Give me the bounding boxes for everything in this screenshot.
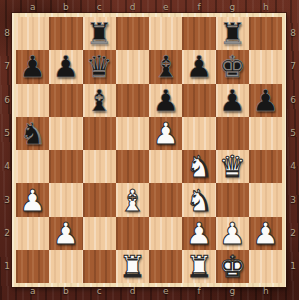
square-f6[interactable] <box>182 84 215 117</box>
square-g8[interactable]: ♜ <box>216 17 249 50</box>
square-d2[interactable] <box>116 217 149 250</box>
square-c1[interactable] <box>83 250 116 283</box>
square-g4[interactable]: ♛ <box>216 150 249 183</box>
square-h5[interactable] <box>249 117 282 150</box>
square-d7[interactable] <box>116 50 149 83</box>
piece-black-pawn[interactable]: ♟ <box>186 50 213 83</box>
file-label-bottom-h: h <box>249 285 282 298</box>
rank-label-left-4: 4 <box>1 150 13 183</box>
piece-black-pawn[interactable]: ♟ <box>152 84 179 117</box>
square-c6[interactable]: ♝ <box>83 84 116 117</box>
square-a1[interactable] <box>16 250 49 283</box>
piece-white-pawn[interactable]: ♟ <box>19 184 46 217</box>
piece-black-knight[interactable]: ♞ <box>19 117 46 150</box>
square-b8[interactable] <box>49 17 82 50</box>
square-d1[interactable]: ♜ <box>116 250 149 283</box>
file-label-bottom-e: e <box>149 285 182 298</box>
rank-label-right-3: 3 <box>287 184 299 217</box>
piece-black-pawn[interactable]: ♟ <box>252 84 279 117</box>
file-label-bottom-g: g <box>216 285 249 298</box>
square-h1[interactable] <box>249 250 282 283</box>
file-label-top-g: g <box>216 1 249 14</box>
square-f2[interactable]: ♟ <box>182 217 215 250</box>
rank-label-left-7: 7 <box>1 50 13 83</box>
file-label-top-c: c <box>83 1 116 14</box>
piece-white-knight[interactable]: ♞ <box>186 150 213 183</box>
square-g6[interactable]: ♟ <box>216 84 249 117</box>
square-g3[interactable] <box>216 183 249 216</box>
square-g5[interactable] <box>216 117 249 150</box>
rank-label-right-2: 2 <box>287 217 299 250</box>
square-a7[interactable]: ♟ <box>16 50 49 83</box>
piece-white-queen[interactable]: ♛ <box>219 150 246 183</box>
file-label-bottom-f: f <box>183 285 216 298</box>
square-c3[interactable] <box>83 183 116 216</box>
rank-label-right-7: 7 <box>287 50 299 83</box>
square-c7[interactable]: ♛ <box>83 50 116 83</box>
piece-white-pawn[interactable]: ♟ <box>252 217 279 250</box>
rank-label-left-1: 1 <box>1 250 13 283</box>
square-e3[interactable] <box>149 183 182 216</box>
square-e4[interactable] <box>149 150 182 183</box>
square-d8[interactable] <box>116 17 149 50</box>
piece-white-knight[interactable]: ♞ <box>186 184 213 217</box>
piece-black-queen[interactable]: ♛ <box>86 50 113 83</box>
square-c2[interactable] <box>83 217 116 250</box>
board-inner-trim: ♜♜♟♟♛♝♟♚♝♟♟♟♞♟♞♛♟♝♞♟♟♟♟♜♜♚ <box>12 13 286 287</box>
rank-label-left-6: 6 <box>1 84 13 117</box>
square-e6[interactable]: ♟ <box>149 84 182 117</box>
square-c4[interactable] <box>83 150 116 183</box>
square-d3[interactable]: ♝ <box>116 183 149 216</box>
piece-white-pawn[interactable]: ♟ <box>219 217 246 250</box>
square-g1[interactable]: ♚ <box>216 250 249 283</box>
rank-label-right-5: 5 <box>287 117 299 150</box>
piece-white-bishop[interactable]: ♝ <box>119 184 146 217</box>
piece-black-bishop[interactable]: ♝ <box>152 50 179 83</box>
square-h4[interactable] <box>249 150 282 183</box>
rank-label-left-3: 3 <box>1 184 13 217</box>
file-label-top-a: a <box>16 1 49 14</box>
chess-board: ♜♜♟♟♛♝♟♚♝♟♟♟♞♟♞♛♟♝♞♟♟♟♟♜♜♚ <box>16 17 282 283</box>
piece-black-king[interactable]: ♚ <box>219 50 246 83</box>
square-f5[interactable] <box>182 117 215 150</box>
square-b3[interactable] <box>49 183 82 216</box>
rank-label-right-4: 4 <box>287 150 299 183</box>
piece-black-pawn[interactable]: ♟ <box>19 50 46 83</box>
square-a8[interactable] <box>16 17 49 50</box>
square-c8[interactable]: ♜ <box>83 17 116 50</box>
piece-white-pawn[interactable]: ♟ <box>152 117 179 150</box>
file-label-bottom-b: b <box>49 285 82 298</box>
square-g7[interactable]: ♚ <box>216 50 249 83</box>
piece-white-rook[interactable]: ♜ <box>186 250 213 283</box>
piece-black-rook[interactable]: ♜ <box>86 17 113 50</box>
square-h3[interactable] <box>249 183 282 216</box>
rank-label-left-5: 5 <box>1 117 13 150</box>
square-b1[interactable] <box>49 250 82 283</box>
square-a2[interactable] <box>16 217 49 250</box>
piece-black-pawn[interactable]: ♟ <box>52 50 79 83</box>
piece-black-bishop[interactable]: ♝ <box>86 84 113 117</box>
rank-label-right-1: 1 <box>287 250 299 283</box>
file-label-top-e: e <box>149 1 182 14</box>
chess-board-scene: ♜♜♟♟♛♝♟♚♝♟♟♟♞♟♞♛♟♝♞♟♟♟♟♜♜♚ aabbccddeeffg… <box>0 0 299 300</box>
file-label-bottom-d: d <box>116 285 149 298</box>
rank-label-left-2: 2 <box>1 217 13 250</box>
square-b6[interactable] <box>49 84 82 117</box>
square-c5[interactable] <box>83 117 116 150</box>
square-a3[interactable]: ♟ <box>16 183 49 216</box>
square-f4[interactable]: ♞ <box>182 150 215 183</box>
square-f7[interactable]: ♟ <box>182 50 215 83</box>
piece-white-pawn[interactable]: ♟ <box>52 217 79 250</box>
square-e8[interactable] <box>149 17 182 50</box>
square-h7[interactable] <box>249 50 282 83</box>
piece-white-king[interactable]: ♚ <box>219 250 246 283</box>
file-label-top-h: h <box>249 1 282 14</box>
square-e5[interactable]: ♟ <box>149 117 182 150</box>
file-label-top-f: f <box>183 1 216 14</box>
square-h8[interactable] <box>249 17 282 50</box>
square-a6[interactable] <box>16 84 49 117</box>
square-g2[interactable]: ♟ <box>216 217 249 250</box>
square-e1[interactable] <box>149 250 182 283</box>
file-label-bottom-a: a <box>16 285 49 298</box>
square-e2[interactable] <box>149 217 182 250</box>
square-d6[interactable] <box>116 84 149 117</box>
square-b7[interactable]: ♟ <box>49 50 82 83</box>
piece-white-rook[interactable]: ♜ <box>119 250 146 283</box>
square-a4[interactable] <box>16 150 49 183</box>
square-d4[interactable] <box>116 150 149 183</box>
rank-label-right-6: 6 <box>287 84 299 117</box>
square-b5[interactable] <box>49 117 82 150</box>
file-label-bottom-c: c <box>83 285 116 298</box>
square-f3[interactable]: ♞ <box>182 183 215 216</box>
square-h6[interactable]: ♟ <box>249 84 282 117</box>
square-f8[interactable] <box>182 17 215 50</box>
square-h2[interactable]: ♟ <box>249 217 282 250</box>
piece-white-pawn[interactable]: ♟ <box>186 217 213 250</box>
square-e7[interactable]: ♝ <box>149 50 182 83</box>
square-f1[interactable]: ♜ <box>182 250 215 283</box>
square-b2[interactable]: ♟ <box>49 217 82 250</box>
rank-label-right-8: 8 <box>287 17 299 50</box>
piece-black-rook[interactable]: ♜ <box>219 17 246 50</box>
file-label-top-d: d <box>116 1 149 14</box>
square-a5[interactable]: ♞ <box>16 117 49 150</box>
square-b4[interactable] <box>49 150 82 183</box>
square-d5[interactable] <box>116 117 149 150</box>
file-label-top-b: b <box>49 1 82 14</box>
piece-black-pawn[interactable]: ♟ <box>219 84 246 117</box>
rank-label-left-8: 8 <box>1 17 13 50</box>
